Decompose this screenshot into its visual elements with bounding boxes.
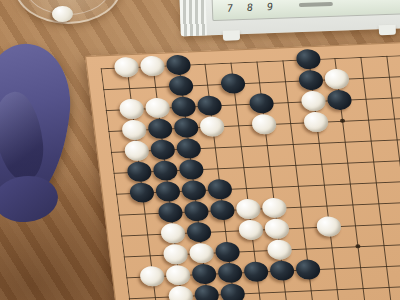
black-stone[interactable] — [326, 89, 352, 110]
star-point — [340, 119, 345, 123]
go-table-scene: 7 8 9 — [0, 0, 400, 300]
black-stone[interactable] — [191, 264, 217, 285]
black-stone[interactable] — [170, 96, 196, 117]
white-stone[interactable] — [251, 114, 277, 135]
white-stone[interactable] — [168, 286, 194, 300]
board-grid[interactable] — [101, 48, 400, 300]
white-stone[interactable] — [121, 119, 147, 140]
black-stone[interactable] — [207, 179, 233, 200]
black-stone[interactable] — [243, 261, 269, 282]
black-stone[interactable] — [178, 159, 204, 180]
black-stone[interactable] — [295, 49, 321, 70]
white-stone[interactable] — [139, 266, 165, 287]
black-stone[interactable] — [269, 260, 295, 281]
white-stone[interactable] — [235, 199, 261, 220]
counter-foot — [379, 25, 396, 36]
black-stone[interactable] — [186, 222, 212, 243]
counter-digit-7: 7 — [226, 2, 233, 13]
black-stone[interactable] — [214, 241, 240, 262]
black-stone[interactable] — [176, 138, 202, 159]
white-stone[interactable] — [160, 223, 186, 244]
black-stone[interactable] — [165, 54, 191, 75]
counter-digit-8: 8 — [246, 1, 253, 12]
white-stone[interactable] — [261, 197, 287, 218]
white-stone[interactable] — [118, 99, 144, 120]
black-stone[interactable] — [173, 117, 199, 138]
white-stone[interactable] — [264, 218, 290, 239]
black-stone[interactable] — [126, 161, 152, 182]
white-stone[interactable] — [124, 140, 150, 161]
score-counter: 7 8 9 — [179, 0, 400, 36]
white-stone[interactable] — [188, 243, 214, 264]
black-stone[interactable] — [181, 180, 207, 201]
white-stone[interactable] — [300, 91, 326, 112]
black-stone[interactable] — [196, 95, 222, 116]
black-stone[interactable] — [209, 200, 235, 221]
counter-dial-face: 7 8 9 — [211, 0, 400, 21]
bag-fold — [0, 89, 47, 183]
black-stone[interactable] — [220, 283, 246, 300]
white-stone[interactable] — [139, 56, 165, 77]
black-stone[interactable] — [168, 75, 194, 96]
black-stone[interactable] — [295, 259, 321, 280]
black-stone[interactable] — [155, 181, 181, 202]
white-stone[interactable] — [303, 112, 329, 133]
black-stone[interactable] — [152, 160, 178, 181]
white-stone[interactable] — [144, 97, 170, 118]
counter-foot — [223, 30, 240, 41]
counter-digit-9: 9 — [266, 0, 273, 11]
black-stone[interactable] — [157, 202, 183, 223]
captured-white-stone[interactable] — [52, 6, 73, 22]
black-stone[interactable] — [248, 93, 274, 114]
black-stone[interactable] — [298, 70, 324, 91]
black-stone[interactable] — [217, 262, 243, 283]
black-stone[interactable] — [150, 139, 176, 160]
black-stone[interactable] — [194, 284, 220, 300]
white-stone[interactable] — [162, 244, 188, 265]
black-stone[interactable] — [147, 118, 173, 139]
white-stone[interactable] — [316, 216, 342, 237]
white-stone[interactable] — [238, 219, 264, 240]
star-point — [355, 244, 360, 248]
white-stone[interactable] — [165, 265, 191, 286]
black-stone[interactable] — [129, 182, 155, 203]
white-stone[interactable] — [324, 69, 350, 90]
white-stone[interactable] — [266, 239, 292, 260]
black-stone[interactable] — [183, 201, 209, 222]
white-stone[interactable] — [113, 57, 139, 78]
counter-ribbed-cap — [179, 0, 207, 36]
glass-bowl-lid — [14, 0, 122, 24]
bag-lower-fold — [0, 173, 60, 225]
white-stone[interactable] — [199, 116, 225, 137]
go-board[interactable] — [85, 29, 400, 300]
black-stone[interactable] — [220, 73, 246, 94]
counter-fine-print — [299, 2, 333, 7]
